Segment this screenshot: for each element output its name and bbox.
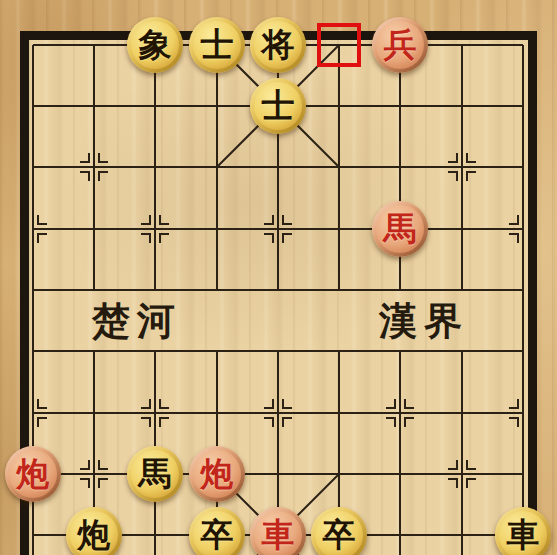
- piece-character: 士: [189, 17, 245, 73]
- piece-black-general[interactable]: 将: [250, 17, 306, 73]
- piece-black-elephant[interactable]: 象: [127, 17, 183, 73]
- xiangqi-board[interactable]: 楚河 漢界 象士将兵士馬炮馬炮炮卒車卒車: [0, 0, 557, 555]
- last-move-from-highlight: [317, 23, 361, 67]
- piece-character: 士: [250, 78, 306, 134]
- piece-red-horse[interactable]: 馬: [372, 201, 428, 257]
- piece-character: 馬: [372, 201, 428, 257]
- piece-character: 車: [250, 507, 306, 555]
- piece-black-chariot[interactable]: 車: [495, 507, 551, 555]
- piece-black-horse[interactable]: 馬: [127, 446, 183, 502]
- piece-black-advisor[interactable]: 士: [250, 78, 306, 134]
- piece-character: 車: [495, 507, 551, 555]
- piece-black-soldier[interactable]: 卒: [189, 507, 245, 555]
- piece-black-advisor[interactable]: 士: [189, 17, 245, 73]
- piece-character: 象: [127, 17, 183, 73]
- piece-character: 卒: [189, 507, 245, 555]
- river-label-left: 楚河: [92, 296, 182, 347]
- piece-black-cannon[interactable]: 炮: [66, 507, 122, 555]
- piece-character: 炮: [5, 446, 61, 502]
- piece-red-soldier[interactable]: 兵: [372, 17, 428, 73]
- piece-character: 馬: [127, 446, 183, 502]
- piece-character: 兵: [372, 17, 428, 73]
- piece-character: 卒: [311, 507, 367, 555]
- piece-black-soldier[interactable]: 卒: [311, 507, 367, 555]
- piece-character: 炮: [189, 446, 245, 502]
- piece-red-cannon[interactable]: 炮: [5, 446, 61, 502]
- piece-character: 将: [250, 17, 306, 73]
- piece-red-chariot[interactable]: 車: [250, 507, 306, 555]
- piece-character: 炮: [66, 507, 122, 555]
- river-label-right: 漢界: [379, 296, 469, 347]
- piece-red-cannon[interactable]: 炮: [189, 446, 245, 502]
